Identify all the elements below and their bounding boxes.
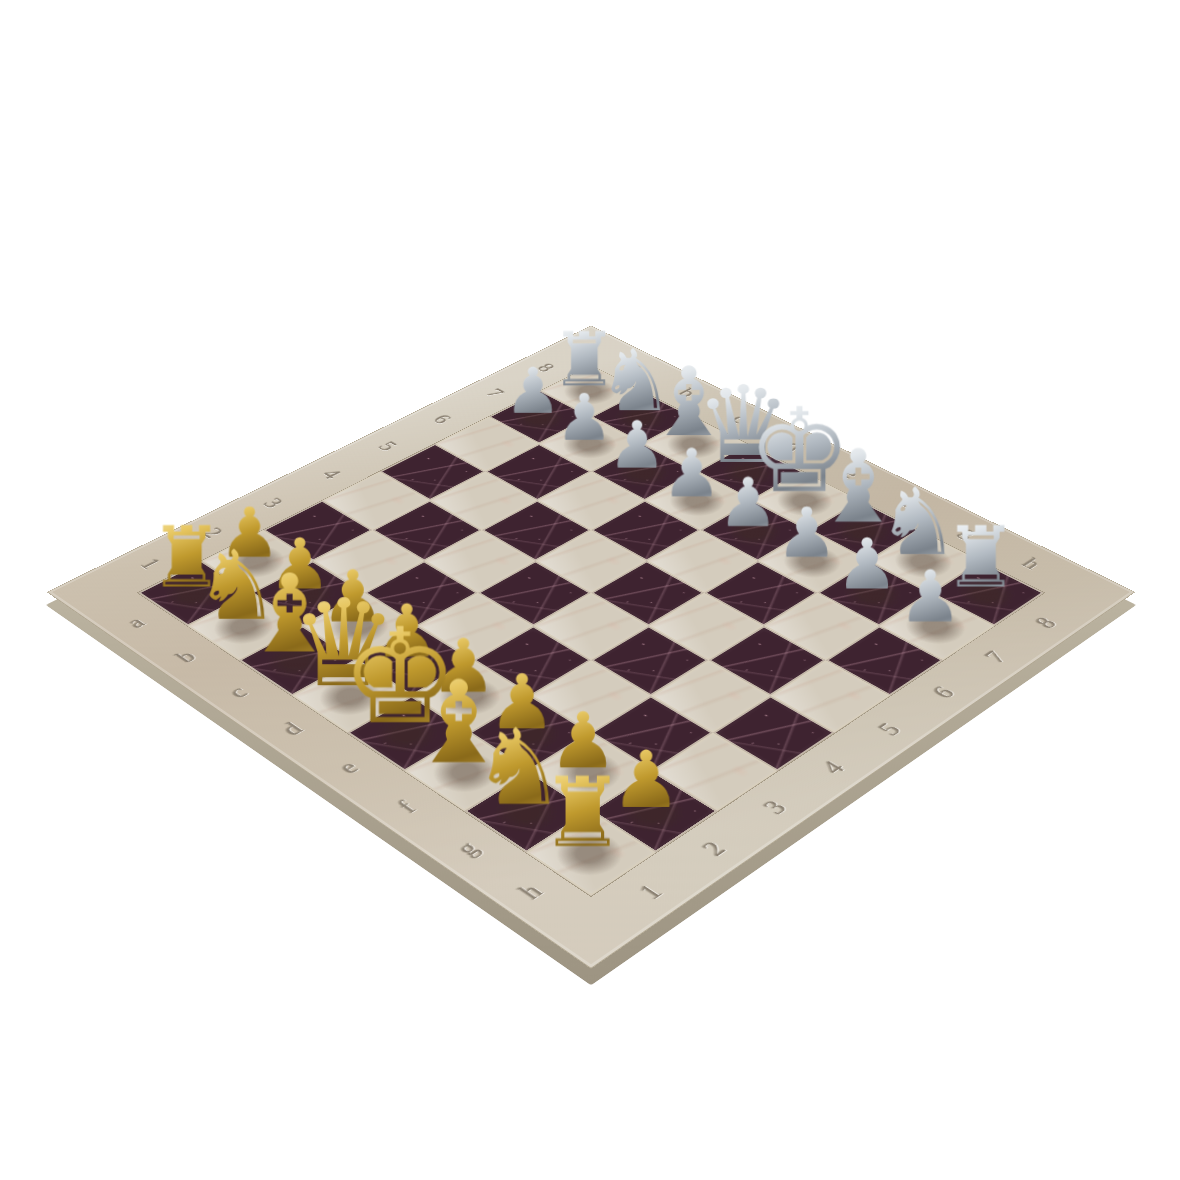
board-grid: ♜♞♝♛♚♝♞♜♟♟♟♟♟♟♟♟♟♟♟♟♟♟♟♟♜♞♝♛♚♝♞♜: [138, 365, 1044, 895]
square-d5: [535, 530, 646, 593]
square-h1: ♜: [526, 811, 655, 896]
chess-board: ♜♞♝♛♚♝♞♜♟♟♟♟♟♟♟♟♟♟♟♟♟♟♟♟♜♞♝♛♚♝♞♜ 8877665…: [47, 325, 1136, 969]
chess-board-face: ♜♞♝♛♚♝♞♜♟♟♟♟♟♟♟♟♟♟♟♟♟♟♟♟♜♞♝♛♚♝♞♜ 8877665…: [47, 325, 1136, 969]
product-photo-scene: ♜♞♝♛♚♝♞♜♟♟♟♟♟♟♟♟♟♟♟♟♟♟♟♟♜♞♝♛♚♝♞♜ 8877665…: [0, 0, 1180, 1180]
piece-gold-rook-h1: ♜: [491, 769, 674, 858]
piece-silver-pawn-h7: ♟: [849, 564, 1012, 630]
